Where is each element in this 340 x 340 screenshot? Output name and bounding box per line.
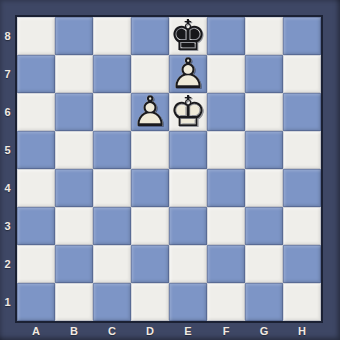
chess-diagram: 87654321 ♚♟♙♟♙♚♔ ABCDEFGH: [0, 0, 340, 340]
square-h7[interactable]: [283, 55, 321, 93]
square-f6[interactable]: [207, 93, 245, 131]
square-h5[interactable]: [283, 131, 321, 169]
square-a4[interactable]: [17, 169, 55, 207]
square-a1[interactable]: [17, 283, 55, 321]
square-e1[interactable]: [169, 283, 207, 321]
rank-label-6: 6: [0, 93, 15, 131]
square-g2[interactable]: [245, 245, 283, 283]
square-c2[interactable]: [93, 245, 131, 283]
square-a5[interactable]: [17, 131, 55, 169]
square-d3[interactable]: [131, 207, 169, 245]
file-label-c: C: [93, 322, 131, 340]
square-a6[interactable]: [17, 93, 55, 131]
square-b3[interactable]: [55, 207, 93, 245]
square-f5[interactable]: [207, 131, 245, 169]
square-f4[interactable]: [207, 169, 245, 207]
square-e4[interactable]: [169, 169, 207, 207]
rank-label-7: 7: [0, 55, 15, 93]
square-c7[interactable]: [93, 55, 131, 93]
square-g1[interactable]: [245, 283, 283, 321]
rank-label-5: 5: [0, 131, 15, 169]
square-e3[interactable]: [169, 207, 207, 245]
rank-label-1: 1: [0, 283, 15, 321]
square-a8[interactable]: [17, 17, 55, 55]
file-label-e: E: [169, 322, 207, 340]
square-b8[interactable]: [55, 17, 93, 55]
square-c8[interactable]: [93, 17, 131, 55]
square-a2[interactable]: [17, 245, 55, 283]
square-g6[interactable]: [245, 93, 283, 131]
square-h1[interactable]: [283, 283, 321, 321]
square-e6[interactable]: ♚♔: [169, 93, 207, 131]
square-h6[interactable]: [283, 93, 321, 131]
rank-labels: 87654321: [0, 17, 15, 321]
square-d4[interactable]: [131, 169, 169, 207]
square-f2[interactable]: [207, 245, 245, 283]
board-frame: ♚♟♙♟♙♚♔: [15, 15, 323, 323]
square-c5[interactable]: [93, 131, 131, 169]
file-label-f: F: [207, 322, 245, 340]
square-b2[interactable]: [55, 245, 93, 283]
white-pawn-piece[interactable]: ♟♙: [131, 93, 169, 131]
rank-label-8: 8: [0, 17, 15, 55]
square-c3[interactable]: [93, 207, 131, 245]
white-pawn-outline-icon: ♙: [131, 93, 169, 131]
rank-label-4: 4: [0, 169, 15, 207]
square-g8[interactable]: [245, 17, 283, 55]
square-f1[interactable]: [207, 283, 245, 321]
square-g5[interactable]: [245, 131, 283, 169]
white-king-piece[interactable]: ♚♔: [169, 93, 207, 131]
square-g7[interactable]: [245, 55, 283, 93]
square-f8[interactable]: [207, 17, 245, 55]
square-b6[interactable]: [55, 93, 93, 131]
file-label-d: D: [131, 322, 169, 340]
square-h4[interactable]: [283, 169, 321, 207]
file-label-g: G: [245, 322, 283, 340]
file-labels: ABCDEFGH: [17, 322, 321, 340]
square-d6[interactable]: ♟♙: [131, 93, 169, 131]
square-h8[interactable]: [283, 17, 321, 55]
square-b5[interactable]: [55, 131, 93, 169]
square-c6[interactable]: [93, 93, 131, 131]
square-c1[interactable]: [93, 283, 131, 321]
square-b1[interactable]: [55, 283, 93, 321]
square-a3[interactable]: [17, 207, 55, 245]
square-d1[interactable]: [131, 283, 169, 321]
square-c4[interactable]: [93, 169, 131, 207]
file-label-b: B: [55, 322, 93, 340]
square-d8[interactable]: [131, 17, 169, 55]
square-e5[interactable]: [169, 131, 207, 169]
square-b7[interactable]: [55, 55, 93, 93]
square-f3[interactable]: [207, 207, 245, 245]
board: ♚♟♙♟♙♚♔: [17, 17, 321, 321]
square-g4[interactable]: [245, 169, 283, 207]
square-d5[interactable]: [131, 131, 169, 169]
square-f7[interactable]: [207, 55, 245, 93]
square-a7[interactable]: [17, 55, 55, 93]
rank-label-3: 3: [0, 207, 15, 245]
rank-label-2: 2: [0, 245, 15, 283]
square-e2[interactable]: [169, 245, 207, 283]
square-d2[interactable]: [131, 245, 169, 283]
square-h2[interactable]: [283, 245, 321, 283]
file-label-h: H: [283, 322, 321, 340]
file-label-a: A: [17, 322, 55, 340]
square-b4[interactable]: [55, 169, 93, 207]
square-g3[interactable]: [245, 207, 283, 245]
square-h3[interactable]: [283, 207, 321, 245]
white-king-outline-icon: ♔: [169, 93, 207, 131]
